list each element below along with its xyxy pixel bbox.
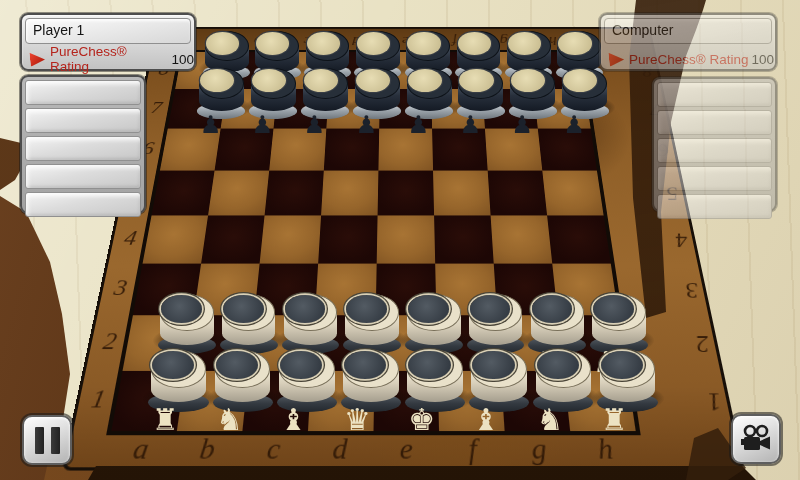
piece-top-face: ♜: [205, 31, 249, 61]
move-row: [25, 192, 141, 217]
piece-inlay: [563, 69, 597, 92]
piece-inlay: [357, 32, 390, 54]
square-h5[interactable]: [542, 171, 603, 216]
camera-button[interactable]: [731, 414, 781, 464]
move-row: [25, 136, 141, 161]
move-row: [657, 82, 772, 107]
piece-inlay: [408, 295, 449, 322]
piece-inlay: [356, 69, 390, 92]
piece-top-face: ♚: [407, 350, 463, 388]
piece-inlay: [408, 351, 450, 379]
piece-top-face: ♟: [592, 294, 646, 330]
piece-black-pawn-a7[interactable]: ♟: [199, 68, 244, 118]
piece-glyph: ♟: [304, 110, 326, 139]
piece-inlay: [304, 69, 338, 92]
piece-inlay: [200, 69, 234, 92]
piece-white-king-e1[interactable]: ♚: [407, 350, 463, 412]
piece-white-queen-d1[interactable]: ♛: [343, 350, 399, 412]
piece-inlay: [472, 351, 514, 379]
piece-glyph: ♟: [408, 110, 430, 139]
piece-top-face: ♞: [255, 31, 299, 61]
piece-white-pawn-f2[interactable]: ♟: [469, 294, 523, 354]
piece-inlay: [280, 351, 322, 379]
piece-glyph: ♟: [459, 110, 481, 139]
piece-top-face: ♚: [406, 31, 450, 61]
piece-top-face: ♟: [355, 68, 400, 99]
movie-camera-icon: [740, 424, 772, 454]
piece-top-face: ♟: [222, 294, 276, 330]
piece-top-face: ♝: [306, 31, 350, 61]
piece-glyph: ♛: [344, 402, 371, 437]
piece-inlay: [252, 69, 286, 92]
piece-top-face: ♛: [356, 31, 400, 61]
move-row: [25, 80, 141, 105]
piece-inlay: [458, 32, 491, 54]
piece-inlay: [593, 295, 634, 322]
rating-value: 100: [752, 52, 775, 67]
piece-top-face: ♝: [471, 350, 527, 388]
piece-inlay: [470, 295, 511, 322]
player-panel-white: Player 1 PureChess® Rating 100: [20, 13, 196, 71]
piece-top-face: ♟: [458, 68, 503, 99]
piece-white-bishop-f1[interactable]: ♝: [471, 350, 527, 412]
game-screen: aabbccddeeffgghh1122334455667788 ♜♞♝♛♚♝♞…: [0, 0, 800, 480]
rating-row: PureChess® Rating 100: [601, 46, 775, 72]
piece-inlay: [537, 351, 579, 379]
piece-top-face: ♟: [531, 294, 585, 330]
piece-white-rook-h1[interactable]: ♜: [600, 350, 656, 412]
square-h4[interactable]: [547, 215, 611, 263]
square-f4[interactable]: [434, 215, 494, 263]
move-row: [25, 164, 141, 189]
square-c4[interactable]: [260, 215, 321, 263]
piece-glyph: ♜: [152, 402, 179, 437]
piece-white-pawn-h2[interactable]: ♟: [592, 294, 646, 354]
piece-glyph: ♟: [356, 110, 378, 139]
piece-top-face: ♜: [600, 350, 656, 388]
piece-top-face: ♜: [151, 350, 207, 388]
square-g5[interactable]: [488, 171, 547, 216]
square-a5[interactable]: [152, 171, 215, 216]
piece-white-knight-b1[interactable]: ♞: [215, 350, 271, 412]
piece-white-pawn-b2[interactable]: ♟: [222, 294, 276, 354]
piece-top-face: ♟: [284, 294, 338, 330]
move-row: [25, 108, 141, 133]
piece-glyph: ♟: [252, 110, 274, 139]
piece-top-face: ♛: [343, 350, 399, 388]
piece-inlay: [285, 295, 326, 322]
piece-white-pawn-d2[interactable]: ♟: [345, 294, 399, 354]
red-flag-icon: [29, 51, 45, 66]
piece-inlay: [601, 351, 643, 379]
piece-white-knight-g1[interactable]: ♞: [536, 350, 592, 412]
piece-inlay: [511, 69, 545, 92]
piece-inlay: [344, 351, 386, 379]
piece-top-face: ♟: [562, 68, 607, 99]
piece-glyph: ♝: [472, 402, 499, 437]
piece-top-face: ♟: [303, 68, 348, 99]
piece-inlay: [223, 295, 264, 322]
piece-top-face: ♜: [557, 31, 601, 61]
move-row: [657, 194, 772, 219]
piece-glyph: ♞: [216, 402, 243, 437]
piece-inlay: [307, 32, 340, 54]
square-a4[interactable]: [143, 215, 208, 263]
piece-black-pawn-d7[interactable]: ♟: [355, 68, 400, 118]
piece-glyph: ♚: [408, 402, 435, 437]
square-e5[interactable]: [378, 171, 435, 216]
square-d4[interactable]: [318, 215, 377, 263]
square-g4[interactable]: [491, 215, 553, 263]
piece-top-face: ♟: [469, 294, 523, 330]
player-name: Computer: [604, 18, 772, 44]
piece-white-rook-a1[interactable]: ♜: [151, 350, 207, 412]
piece-top-face: ♟: [407, 68, 452, 99]
rating-label: PureChess® Rating: [629, 52, 749, 67]
square-c5[interactable]: [265, 171, 324, 216]
square-b5[interactable]: [208, 171, 269, 216]
piece-top-face: ♝: [279, 350, 335, 388]
player-name: Player 1: [25, 18, 191, 44]
piece-white-pawn-g2[interactable]: ♟: [531, 294, 585, 354]
piece-glyph: ♞: [537, 402, 564, 437]
piece-black-pawn-e7[interactable]: ♟: [407, 68, 452, 118]
piece-black-pawn-c7[interactable]: ♟: [303, 68, 348, 118]
rating-value: 100: [171, 52, 194, 67]
piece-inlay: [206, 32, 239, 54]
piece-white-bishop-c1[interactable]: ♝: [279, 350, 335, 412]
pause-icon: [35, 427, 60, 454]
piece-inlay: [558, 32, 591, 54]
piece-black-pawn-g7[interactable]: ♟: [510, 68, 555, 118]
move-list-white: [20, 75, 146, 214]
piece-top-face: ♟: [345, 294, 399, 330]
piece-glyph: ♝: [280, 402, 307, 437]
piece-black-pawn-h7[interactable]: ♟: [562, 68, 607, 118]
piece-inlay: [216, 351, 258, 379]
square-d5[interactable]: [321, 171, 378, 216]
piece-top-face: ♟: [407, 294, 461, 330]
piece-glyph: ♟: [563, 110, 585, 139]
move-row: [657, 110, 772, 135]
square-b4[interactable]: [201, 215, 264, 263]
pause-button[interactable]: [22, 415, 72, 465]
piece-top-face: ♟: [160, 294, 214, 330]
piece-top-face: ♞: [507, 31, 551, 61]
piece-inlay: [152, 351, 194, 379]
rating-label: PureChess® Rating: [50, 44, 169, 74]
piece-top-face: ♞: [215, 350, 271, 388]
move-row: [657, 138, 772, 163]
piece-inlay: [346, 295, 387, 322]
piece-top-face: ♞: [536, 350, 592, 388]
piece-top-face: ♝: [457, 31, 501, 61]
piece-inlay: [161, 295, 202, 322]
piece-top-face: ♟: [199, 68, 244, 99]
piece-glyph: ♜: [601, 402, 628, 437]
move-row: [657, 166, 772, 191]
piece-white-pawn-e2[interactable]: ♟: [407, 294, 461, 354]
piece-inlay: [408, 69, 442, 92]
square-f5[interactable]: [433, 171, 491, 216]
piece-inlay: [459, 69, 493, 92]
piece-white-pawn-c2[interactable]: ♟: [284, 294, 338, 354]
red-flag-icon: [608, 51, 624, 66]
piece-black-pawn-b7[interactable]: ♟: [251, 68, 296, 118]
piece-glyph: ♟: [511, 110, 533, 139]
rating-row: PureChess® Rating 100: [22, 46, 194, 72]
piece-inlay: [407, 32, 440, 54]
square-e4[interactable]: [377, 215, 436, 263]
player-panel-black: Computer PureChess® Rating 100: [599, 13, 777, 71]
move-list-black: [652, 77, 777, 212]
piece-top-face: ♟: [510, 68, 555, 99]
piece-inlay: [532, 295, 573, 322]
piece-inlay: [508, 32, 541, 54]
piece-glyph: ♟: [200, 110, 222, 139]
piece-white-pawn-a2[interactable]: ♟: [160, 294, 214, 354]
piece-inlay: [256, 32, 289, 54]
piece-black-pawn-f7[interactable]: ♟: [458, 68, 503, 118]
piece-top-face: ♟: [251, 68, 296, 99]
